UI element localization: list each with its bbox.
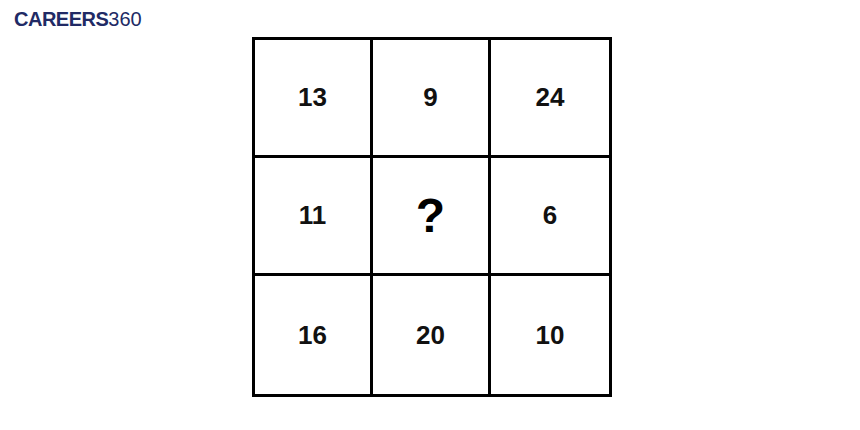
grid-cell-r3c2: 20 [373, 276, 491, 394]
grid-cell-r3c1: 16 [255, 276, 373, 394]
grid-cell-r1c2: 9 [373, 40, 491, 158]
careers360-logo: CAREERS 360 [14, 8, 142, 31]
grid-cell-r1c1: 13 [255, 40, 373, 158]
grid-cell-r1c3: 24 [491, 40, 609, 158]
page: CAREERS 360 13 9 24 11 ? 6 16 20 10 [0, 0, 860, 430]
mystery-cell: ? [373, 158, 491, 276]
grid-cell-r2c3: 6 [491, 158, 609, 276]
puzzle-area: 13 9 24 11 ? 6 16 20 10 [252, 37, 612, 397]
puzzle-grid: 13 9 24 11 ? 6 16 20 10 [252, 37, 612, 397]
logo-brand-text: CAREERS [14, 8, 108, 31]
grid-cell-r3c3: 10 [491, 276, 609, 394]
grid-cell-r2c1: 11 [255, 158, 373, 276]
logo-suffix-text: 360 [108, 8, 141, 31]
